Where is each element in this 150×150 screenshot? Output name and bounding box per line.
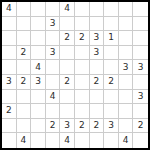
clue-cell-r0c4: 4 [60,2,75,17]
empty-cell-r9c5[interactable] [75,133,90,148]
empty-cell-r2c9[interactable] [133,31,148,46]
empty-cell-r6c8[interactable] [119,90,134,105]
empty-cell-r8c0[interactable] [2,119,17,134]
clue-cell-r2c7: 1 [104,31,119,46]
empty-cell-r0c6[interactable] [90,2,105,17]
empty-cell-r9c7[interactable] [104,133,119,148]
empty-cell-r1c8[interactable] [119,17,134,32]
clue-cell-r4c2: 4 [31,60,46,75]
empty-cell-r3c5[interactable] [75,46,90,61]
empty-cell-r3c7[interactable] [104,46,119,61]
empty-cell-r8c8[interactable] [119,119,134,134]
empty-cell-r6c7[interactable] [104,90,119,105]
clue-cell-r7c0: 2 [2,104,17,119]
empty-cell-r0c8[interactable] [119,2,134,17]
empty-cell-r1c0[interactable] [2,17,17,32]
empty-cell-r7c4[interactable] [60,104,75,119]
empty-cell-r6c4[interactable] [60,90,75,105]
clue-cell-r9c8: 4 [119,133,134,148]
clue-cell-r8c6: 2 [90,119,105,134]
clue-cell-r8c3: 2 [46,119,61,134]
clue-cell-r4c8: 3 [119,60,134,75]
empty-cell-r1c5[interactable] [75,17,90,32]
clue-cell-r8c9: 2 [133,119,148,134]
empty-cell-r9c6[interactable] [90,133,105,148]
empty-cell-r0c5[interactable] [75,2,90,17]
clue-cell-r0c0: 4 [2,2,17,17]
empty-cell-r7c5[interactable] [75,104,90,119]
empty-cell-r1c9[interactable] [133,17,148,32]
puzzle-board: 4432231233433323222432232232444 [0,0,150,150]
empty-cell-r6c5[interactable] [75,90,90,105]
empty-cell-r0c2[interactable] [31,2,46,17]
empty-cell-r4c0[interactable] [2,60,17,75]
empty-cell-r3c0[interactable] [2,46,17,61]
empty-cell-r7c9[interactable] [133,104,148,119]
empty-cell-r3c4[interactable] [60,46,75,61]
empty-cell-r6c2[interactable] [31,90,46,105]
empty-cell-r3c8[interactable] [119,46,134,61]
empty-cell-r4c3[interactable] [46,60,61,75]
clue-cell-r5c4: 2 [60,75,75,90]
empty-cell-r5c8[interactable] [119,75,134,90]
clue-cell-r6c9: 3 [133,90,148,105]
empty-cell-r4c5[interactable] [75,60,90,75]
empty-cell-r0c1[interactable] [17,2,32,17]
empty-cell-r5c5[interactable] [75,75,90,90]
empty-cell-r2c2[interactable] [31,31,46,46]
clue-cell-r2c6: 3 [90,31,105,46]
empty-cell-r3c2[interactable] [31,46,46,61]
empty-cell-r6c6[interactable] [90,90,105,105]
empty-cell-r7c1[interactable] [17,104,32,119]
clue-cell-r9c4: 4 [60,133,75,148]
empty-cell-r9c0[interactable] [2,133,17,148]
clue-cell-r8c7: 3 [104,119,119,134]
clue-cell-r5c2: 3 [31,75,46,90]
clue-cell-r2c5: 2 [75,31,90,46]
empty-cell-r0c7[interactable] [104,2,119,17]
empty-cell-r5c3[interactable] [46,75,61,90]
empty-cell-r1c4[interactable] [60,17,75,32]
empty-cell-r3c9[interactable] [133,46,148,61]
empty-cell-r5c9[interactable] [133,75,148,90]
clue-cell-r3c6: 3 [90,46,105,61]
clue-cell-r4c9: 3 [133,60,148,75]
clue-cell-r5c6: 2 [90,75,105,90]
empty-cell-r7c7[interactable] [104,104,119,119]
clue-cell-r6c3: 4 [46,90,61,105]
clue-cell-r3c1: 2 [17,46,32,61]
empty-cell-r9c2[interactable] [31,133,46,148]
empty-cell-r4c1[interactable] [17,60,32,75]
empty-cell-r1c2[interactable] [31,17,46,32]
clue-cell-r8c5: 2 [75,119,90,134]
clue-cell-r5c7: 2 [104,75,119,90]
empty-cell-r7c8[interactable] [119,104,134,119]
empty-cell-r1c6[interactable] [90,17,105,32]
empty-cell-r9c3[interactable] [46,133,61,148]
empty-cell-r2c8[interactable] [119,31,134,46]
clue-cell-r9c1: 4 [17,133,32,148]
clue-cell-r5c0: 3 [2,75,17,90]
clue-cell-r2c4: 2 [60,31,75,46]
clue-cell-r1c3: 3 [46,17,61,32]
empty-cell-r4c6[interactable] [90,60,105,75]
empty-cell-r9c9[interactable] [133,133,148,148]
empty-cell-r1c7[interactable] [104,17,119,32]
empty-cell-r6c1[interactable] [17,90,32,105]
empty-cell-r8c1[interactable] [17,119,32,134]
clue-cell-r3c3: 3 [46,46,61,61]
empty-cell-r2c1[interactable] [17,31,32,46]
clue-cell-r8c4: 3 [60,119,75,134]
empty-cell-r4c7[interactable] [104,60,119,75]
empty-cell-r6c0[interactable] [2,90,17,105]
empty-cell-r1c1[interactable] [17,17,32,32]
empty-cell-r2c0[interactable] [2,31,17,46]
empty-cell-r0c9[interactable] [133,2,148,17]
clue-cell-r5c1: 2 [17,75,32,90]
empty-cell-r7c6[interactable] [90,104,105,119]
empty-cell-r4c4[interactable] [60,60,75,75]
empty-cell-r0c3[interactable] [46,2,61,17]
empty-cell-r7c3[interactable] [46,104,61,119]
empty-cell-r8c2[interactable] [31,119,46,134]
empty-cell-r2c3[interactable] [46,31,61,46]
empty-cell-r7c2[interactable] [31,104,46,119]
